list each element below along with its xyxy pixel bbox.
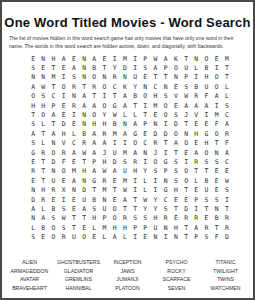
- grid-cell: H: [201, 73, 211, 82]
- grid-cell: N: [79, 54, 89, 63]
- grid-cell: R: [99, 129, 109, 138]
- grid-cell: L: [38, 204, 48, 213]
- word-list-item: BRAVEHEART: [6, 284, 53, 293]
- grid-cell: I: [150, 185, 160, 194]
- grid-cell: T: [212, 139, 222, 148]
- grid-cell: I: [181, 157, 191, 166]
- grid-cell: A: [79, 204, 89, 213]
- grid-cell: P: [89, 157, 99, 166]
- letter-grid: ENHAENAEIMIPWAKTNOEMSETEANBTYDISAPOULBIT…: [28, 54, 232, 242]
- grid-cell: A: [191, 148, 201, 157]
- word-list-item: TWILIGHT: [202, 267, 249, 276]
- grid-cell: N: [120, 73, 130, 82]
- grid-cell: C: [69, 139, 79, 148]
- grid-cell: T: [150, 73, 160, 82]
- grid-cell: I: [140, 101, 150, 110]
- word-list-item: SCARFACE: [153, 275, 200, 284]
- grid-cell: T: [181, 232, 191, 241]
- grid-cell: B: [38, 223, 48, 232]
- grid-cell: T: [201, 167, 211, 176]
- grid-cell: E: [140, 129, 150, 138]
- grid-cell: N: [48, 167, 58, 176]
- grid-cell: A: [120, 101, 130, 110]
- page-title: One Word Titled Movies - Word Search: [2, 15, 253, 30]
- grid-cell: D: [161, 129, 171, 138]
- grid-cell: M: [150, 101, 160, 110]
- grid-cell: A: [28, 204, 38, 213]
- grid-cell: I: [130, 232, 140, 241]
- grid-cell: P: [161, 167, 171, 176]
- grid-cell: W: [150, 54, 160, 63]
- grid-cell: R: [191, 214, 201, 223]
- grid-cell: U: [150, 223, 160, 232]
- grid-cell: E: [69, 157, 79, 166]
- grid-cell: S: [28, 63, 38, 72]
- grid-cell: T: [69, 214, 79, 223]
- grid-cell: S: [212, 195, 222, 204]
- grid-cell: C: [48, 92, 58, 101]
- grid-cell: S: [161, 204, 171, 213]
- grid-cell: A: [120, 129, 130, 138]
- grid-cell: C: [161, 195, 171, 204]
- grid-cell: R: [150, 139, 160, 148]
- grid-cell: T: [130, 204, 140, 213]
- grid-cell: H: [150, 214, 160, 223]
- grid-cell: E: [201, 214, 211, 223]
- grid-cell: O: [38, 110, 48, 119]
- grid-cell: O: [171, 63, 181, 72]
- grid-cell: S: [140, 214, 150, 223]
- grid-cell: E: [212, 54, 222, 63]
- grid-cell: Y: [110, 63, 120, 72]
- word-list-item: GREMLINS: [55, 275, 102, 284]
- grid-cell: E: [181, 148, 191, 157]
- word-list-item: INCEPTION: [104, 258, 151, 267]
- grid-cell: N: [140, 148, 150, 157]
- grid-cell: D: [59, 120, 69, 129]
- grid-cell: N: [48, 139, 58, 148]
- grid-cell: H: [48, 54, 58, 63]
- grid-cell: S: [222, 101, 232, 110]
- grid-cell: W: [110, 110, 120, 119]
- grid-cell: N: [38, 54, 48, 63]
- grid-cell: O: [181, 167, 191, 176]
- grid-cell: T: [38, 176, 48, 185]
- grid-cell: D: [110, 157, 120, 166]
- grid-cell: A: [28, 129, 38, 138]
- grid-cell: I: [120, 139, 130, 148]
- grid-cell: T: [191, 167, 201, 176]
- grid-cell: T: [181, 120, 191, 129]
- grid-cell: B: [191, 82, 201, 91]
- grid-cell: E: [110, 176, 120, 185]
- grid-cell: O: [201, 54, 211, 63]
- grid-cell: N: [150, 120, 160, 129]
- grid-cell: E: [191, 120, 201, 129]
- grid-cell: A: [212, 92, 222, 101]
- grid-cell: U: [48, 176, 58, 185]
- grid-cell: V: [191, 110, 201, 119]
- grid-cell: E: [38, 63, 48, 72]
- grid-cell: I: [150, 176, 160, 185]
- grid-cell: L: [140, 176, 150, 185]
- grid-cell: O: [181, 176, 191, 185]
- grid-cell: T: [38, 157, 48, 166]
- grid-cell: A: [48, 129, 58, 138]
- grid-cell: F: [201, 92, 211, 101]
- grid-cell: O: [201, 148, 211, 157]
- grid-cell: A: [89, 101, 99, 110]
- grid-cell: N: [28, 214, 38, 223]
- grid-cell: N: [150, 232, 160, 241]
- grid-cell: E: [69, 204, 79, 213]
- grid-cell: R: [120, 214, 130, 223]
- grid-cell: L: [69, 129, 79, 138]
- grid-cell: F: [212, 120, 222, 129]
- grid-cell: O: [89, 73, 99, 82]
- grid-cell: N: [69, 92, 79, 101]
- grid-cell: A: [120, 195, 130, 204]
- grid-cell: R: [110, 73, 120, 82]
- grid-cell: O: [212, 129, 222, 138]
- word-list-item: TITANIC: [202, 258, 249, 267]
- grid-cell: N: [161, 82, 171, 91]
- word-column: PSYCHOROCKYSCARFACESEVEN: [153, 258, 200, 293]
- grid-cell: H: [201, 139, 211, 148]
- grid-cell: R: [38, 148, 48, 157]
- grid-cell: O: [99, 82, 109, 91]
- grid-cell: P: [99, 214, 109, 223]
- grid-cell: U: [79, 195, 89, 204]
- grid-cell: I: [161, 120, 171, 129]
- grid-cell: L: [38, 120, 48, 129]
- grid-cell: R: [79, 139, 89, 148]
- grid-cell: G: [130, 129, 140, 138]
- grid-cell: P: [161, 63, 171, 72]
- word-list-item: ALIEN: [6, 258, 53, 267]
- grid-cell: O: [28, 92, 38, 101]
- word-list-item: AVATAR: [6, 275, 53, 284]
- grid-cell: I: [191, 73, 201, 82]
- word-list-item: ARMAGEDDON: [6, 267, 53, 276]
- grid-cell: H: [38, 185, 48, 194]
- grid-cell: L: [89, 223, 99, 232]
- grid-cell: D: [79, 185, 89, 194]
- grid-cell: L: [191, 176, 201, 185]
- grid-cell: E: [89, 232, 99, 241]
- grid-cell: E: [191, 185, 201, 194]
- grid-cell: T: [79, 214, 89, 223]
- grid-cell: A: [89, 148, 99, 157]
- grid-cell: R: [222, 214, 232, 223]
- word-list-item: JUMANJI: [104, 275, 151, 284]
- grid-cell: E: [171, 101, 181, 110]
- word-list-item: WATCHMEN: [202, 284, 249, 293]
- grid-cell: S: [59, 204, 69, 213]
- word-list-item: JAWS: [104, 267, 151, 276]
- grid-cell: A: [48, 110, 58, 119]
- grid-cell: E: [212, 167, 222, 176]
- grid-cell: N: [181, 129, 191, 138]
- grid-cell: N: [161, 223, 171, 232]
- grid-cell: S: [212, 157, 222, 166]
- grid-cell: S: [222, 185, 232, 194]
- grid-cell: P: [140, 223, 150, 232]
- grid-cell: A: [28, 82, 38, 91]
- grid-cell: P: [191, 195, 201, 204]
- grid-cell: R: [161, 214, 171, 223]
- grid-cell: H: [89, 214, 99, 223]
- grid-cell: I: [140, 157, 150, 166]
- grid-cell: A: [69, 176, 79, 185]
- grid-cell: R: [28, 167, 38, 176]
- grid-cell: A: [89, 54, 99, 63]
- grid-cell: W: [140, 195, 150, 204]
- grid-cell: E: [140, 232, 150, 241]
- grid-cell: E: [28, 176, 38, 185]
- grid-cell: H: [110, 223, 120, 232]
- grid-cell: S: [28, 232, 38, 241]
- grid-cell: I: [212, 63, 222, 72]
- grid-cell: E: [59, 110, 69, 119]
- grid-cell: M: [110, 129, 120, 138]
- grid-cell: M: [120, 148, 130, 157]
- grid-cell: N: [79, 63, 89, 72]
- grid-cell: D: [150, 129, 160, 138]
- grid-cell: T: [171, 204, 181, 213]
- grid-cell: O: [110, 204, 120, 213]
- grid-cell: E: [171, 195, 181, 204]
- grid-cell: N: [99, 195, 109, 204]
- grid-cell: A: [222, 148, 232, 157]
- word-list-item: SEVEN: [153, 284, 200, 293]
- grid-cell: H: [99, 157, 109, 166]
- grid-cell: B: [130, 92, 140, 101]
- grid-cell: S: [201, 157, 211, 166]
- grid-cell: O: [48, 148, 58, 157]
- grid-cell: H: [99, 120, 109, 129]
- grid-cell: N: [140, 82, 150, 91]
- grid-cell: H: [79, 167, 89, 176]
- grid-cell: T: [38, 129, 48, 138]
- grid-cell: P: [191, 232, 201, 241]
- grid-cell: E: [212, 185, 222, 194]
- grid-cell: G: [161, 185, 171, 194]
- grid-cell: W: [222, 176, 232, 185]
- grid-cell: S: [28, 139, 38, 148]
- grid-cell: Y: [150, 204, 160, 213]
- grid-cell: I: [130, 176, 140, 185]
- grid-cell: U: [201, 82, 211, 91]
- grid-cell: O: [212, 82, 222, 91]
- grid-cell: O: [171, 129, 181, 138]
- grid-cell: T: [181, 54, 191, 63]
- grid-cell: I: [130, 54, 140, 63]
- grid-cell: E: [28, 157, 38, 166]
- grid-cell: A: [79, 92, 89, 101]
- grid-cell: G: [89, 176, 99, 185]
- grid-cell: H: [150, 92, 160, 101]
- grid-cell: R: [89, 82, 99, 91]
- grid-cell: S: [120, 157, 130, 166]
- grid-cell: D: [28, 195, 38, 204]
- grid-cell: I: [130, 63, 140, 72]
- grid-cell: W: [79, 148, 89, 157]
- grid-cell: D: [222, 232, 232, 241]
- grid-cell: Y: [140, 167, 150, 176]
- grid-cell: H: [191, 129, 201, 138]
- grid-cell: B: [48, 204, 58, 213]
- grid-cell: E: [59, 176, 69, 185]
- grid-cell: O: [59, 167, 69, 176]
- grid-cell: G: [28, 148, 38, 157]
- grid-cell: S: [38, 92, 48, 101]
- grid-cell: G: [201, 129, 211, 138]
- grid-cell: R: [69, 101, 79, 110]
- grid-cell: U: [201, 185, 211, 194]
- grid-cell: D: [120, 63, 130, 72]
- grid-cell: O: [89, 110, 99, 119]
- grid-cell: O: [59, 82, 69, 91]
- grid-cell: H: [171, 223, 181, 232]
- grid-cell: E: [79, 223, 89, 232]
- grid-cell: C: [140, 139, 150, 148]
- grid-cell: U: [130, 73, 140, 82]
- grid-cell: H: [38, 101, 48, 110]
- grid-cell: I: [161, 148, 171, 157]
- grid-cell: Y: [99, 110, 109, 119]
- grid-cell: S: [181, 82, 191, 91]
- grid-cell: R: [48, 185, 58, 194]
- grid-cell: X: [59, 185, 69, 194]
- grid-cell: T: [130, 101, 140, 110]
- grid-cell: M: [99, 185, 109, 194]
- grid-cell: H: [28, 101, 38, 110]
- grid-cell: W: [99, 167, 109, 176]
- grid-cell: E: [99, 54, 109, 63]
- grid-cell: T: [79, 82, 89, 91]
- grid-cell: O: [161, 101, 171, 110]
- grid-cell: A: [38, 214, 48, 223]
- grid-cell: E: [171, 214, 181, 223]
- grid-cell: I: [110, 139, 120, 148]
- grid-cell: D: [181, 204, 191, 213]
- grid-cell: I: [191, 204, 201, 213]
- grid-cell: N: [69, 185, 79, 194]
- grid-cell: T: [181, 185, 191, 194]
- grid-cell: R: [222, 129, 232, 138]
- grid-cell: E: [140, 73, 150, 82]
- grid-cell: A: [191, 223, 201, 232]
- grid-cell: A: [99, 139, 109, 148]
- grid-cell: T: [38, 167, 48, 176]
- grid-cell: W: [59, 214, 69, 223]
- grid-cell: J: [181, 110, 191, 119]
- word-list-item: GHOSTBUSTERS: [55, 258, 102, 267]
- grid-cell: Y: [150, 195, 160, 204]
- grid-cell: K: [120, 82, 130, 91]
- grid-cell: Y: [140, 204, 150, 213]
- grid-cell: S: [69, 73, 79, 82]
- grid-cell: T: [161, 139, 171, 148]
- grid-cell: U: [99, 204, 109, 213]
- grid-cell: S: [28, 120, 38, 129]
- grid-cell: H: [89, 120, 99, 129]
- grid-cell: T: [222, 63, 232, 72]
- grid-cell: S: [201, 195, 211, 204]
- grid-cell: D: [171, 120, 181, 129]
- grid-cell: A: [181, 101, 191, 110]
- grid-cell: S: [89, 204, 99, 213]
- grid-cell: R: [59, 148, 69, 157]
- grid-cell: A: [191, 101, 201, 110]
- grid-cell: V: [171, 92, 181, 101]
- grid-cell: L: [191, 63, 201, 72]
- grid-cell: T: [89, 92, 99, 101]
- grid-cell: T: [171, 148, 181, 157]
- grid-cell: E: [212, 176, 222, 185]
- grid-cell: I: [161, 232, 171, 241]
- grid-cell: R: [201, 223, 211, 232]
- grid-cell: G: [110, 101, 120, 110]
- grid-cell: P: [140, 120, 150, 129]
- grid-cell: T: [69, 223, 79, 232]
- grid-cell: N: [79, 120, 89, 129]
- grid-cell: U: [110, 148, 120, 157]
- grid-cell: I: [110, 54, 120, 63]
- grid-cell: B: [212, 214, 222, 223]
- grid-cell: L: [120, 232, 130, 241]
- grid-cell: A: [150, 63, 160, 72]
- grid-cell: E: [69, 195, 79, 204]
- grid-cell: O: [48, 232, 58, 241]
- grid-cell: B: [110, 120, 120, 129]
- grid-cell: O: [212, 73, 222, 82]
- grid-cell: O: [79, 232, 89, 241]
- grid-cell: H: [130, 167, 140, 176]
- grid-cell: R: [181, 214, 191, 223]
- grid-cell: T: [48, 63, 58, 72]
- grid-cell: I: [212, 101, 222, 110]
- grid-cell: N: [38, 73, 48, 82]
- grid-cell: E: [191, 139, 201, 148]
- word-column: GHOSTBUSTERSGLADIATORGREMLINSHANNIBAL: [55, 258, 102, 293]
- grid-cell: L: [130, 110, 140, 119]
- grid-cell: M: [48, 73, 58, 82]
- grid-cell: A: [89, 167, 99, 176]
- grid-cell: E: [69, 54, 79, 63]
- grid-cell: F: [212, 232, 222, 241]
- grid-cell: I: [59, 73, 69, 82]
- grid-cell: M: [99, 223, 109, 232]
- grid-cell: P: [48, 101, 58, 110]
- grid-cell: M: [222, 54, 232, 63]
- word-list: ALIENARMAGEDDONAVATARBRAVEHEARTGHOSTBUST…: [6, 258, 249, 293]
- grid-cell: N: [79, 176, 89, 185]
- grid-cell: E: [69, 120, 79, 129]
- grid-cell: T: [201, 204, 211, 213]
- word-list-item: PLATOON: [104, 284, 151, 293]
- grid-cell: T: [161, 73, 171, 82]
- grid-cell: I: [69, 110, 79, 119]
- grid-cell: S: [140, 63, 150, 72]
- grid-cell: L: [140, 185, 150, 194]
- grid-cell: T: [79, 157, 89, 166]
- grid-cell: L: [120, 110, 130, 119]
- grid-cell: I: [130, 185, 140, 194]
- grid-cell: C: [222, 110, 232, 119]
- word-column: TITANICTWILIGHTTWINSWATCHMEN: [202, 258, 249, 293]
